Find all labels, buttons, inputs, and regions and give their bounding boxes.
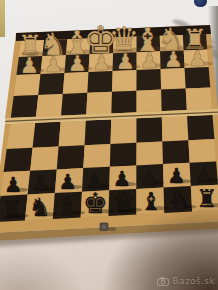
piece-black-king-e8: ♚	[83, 187, 108, 220]
square-c4	[137, 90, 162, 113]
piece-black-pawn-a7: ♟	[194, 163, 213, 187]
square-b4	[161, 89, 187, 112]
piece-black-pawn-h7: ♟	[4, 173, 23, 197]
piece-black-pawn-f7: ♟	[58, 170, 77, 194]
square-c5	[137, 117, 163, 143]
piece-black-queen-d8: ♛	[111, 187, 135, 218]
square-f5	[59, 121, 86, 147]
square-c6	[136, 142, 163, 166]
square-e6	[83, 144, 110, 168]
square-a6	[188, 139, 216, 163]
square-d6	[110, 143, 137, 167]
watermark: Bazoš.sk	[157, 276, 215, 286]
square-g4	[36, 94, 63, 117]
square-h5	[7, 123, 36, 149]
piece-black-rook-h8: ♜	[1, 196, 23, 224]
square-d4	[111, 91, 136, 114]
square-g6	[30, 147, 58, 171]
square-d5	[111, 118, 137, 144]
watermark-text: Bazoš.sk	[172, 276, 215, 286]
piece-white-pawn-d2: ♟	[116, 49, 136, 74]
piece-black-pawn-c7: ♟	[140, 166, 159, 190]
piece-white-pawn-f2: ♟	[67, 51, 87, 76]
square-b6	[162, 140, 189, 164]
piece-black-rook-a8: ♜	[196, 185, 218, 213]
square-h6	[4, 148, 33, 172]
square-b5	[162, 116, 189, 142]
chess-board: ♜♞♝♚♛♝♞♜♟♟♟♟♟♟♟♟♟♟♟♟♟♟♟♟♜♞♝♚♛♝♞♜	[0, 0, 218, 290]
piece-white-pawn-c2: ♟	[140, 48, 160, 73]
piece-white-pawn-e2: ♟	[91, 50, 111, 75]
piece-white-pawn-h2: ♟	[19, 53, 39, 78]
piece-black-knight-b8: ♞	[168, 186, 190, 215]
piece-black-bishop-c8: ♝	[140, 187, 162, 216]
square-h4	[11, 95, 39, 118]
square-a5	[187, 115, 214, 141]
piece-white-pawn-g2: ♟	[43, 52, 63, 77]
piece-black-knight-g8: ♞	[28, 193, 50, 222]
square-a4	[186, 88, 212, 110]
camera-icon	[157, 277, 169, 286]
piece-white-pawn-a2: ♟	[188, 46, 208, 71]
square-g5	[33, 122, 61, 148]
square-f6	[57, 145, 85, 169]
piece-black-pawn-g7: ♟	[31, 171, 50, 195]
square-e4	[86, 92, 112, 115]
chess-photo: ♜♞♝♚♛♝♞♜♟♟♟♟♟♟♟♟♟♟♟♟♟♟♟♟♜♞♝♚♛♝♞♜ Bazoš.s…	[0, 0, 218, 290]
square-f4	[61, 93, 87, 116]
piece-white-pawn-b2: ♟	[164, 47, 184, 72]
piece-black-bishop-f8: ♝	[56, 192, 78, 221]
square-e5	[85, 119, 112, 145]
piece-black-pawn-b7: ♟	[167, 164, 186, 188]
